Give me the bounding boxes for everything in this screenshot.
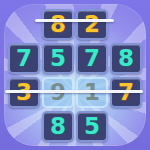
empty-cell-r0c0	[8, 9, 40, 40]
app-icon: 827578391785	[0, 0, 150, 150]
tile-number: 8	[118, 47, 134, 70]
tile-number: 8	[50, 115, 66, 138]
tile-7-r1c2[interactable]: 7	[76, 43, 108, 74]
tile-5-r1c1[interactable]: 5	[42, 43, 74, 74]
tile-number: 7	[16, 47, 32, 70]
empty-cell-r0c3	[110, 9, 142, 40]
tile-2-r0c2: 2	[76, 9, 108, 40]
tile-8-r0c1: 8	[42, 9, 74, 40]
empty-cell-r3c3	[110, 111, 142, 142]
tile-number: 2	[84, 13, 100, 36]
strike-line-row1	[35, 19, 114, 22]
tile-8-r1c3[interactable]: 8	[110, 43, 142, 74]
empty-cell-r3c0	[8, 111, 40, 142]
strike-line-row3	[5, 90, 143, 93]
tile-number: 7	[84, 47, 100, 70]
tile-number: 8	[50, 13, 66, 36]
tile-5-r3c2[interactable]: 5	[76, 111, 108, 142]
board: 827578391785	[8, 9, 142, 142]
tile-8-r3c1[interactable]: 8	[42, 111, 74, 142]
tile-7-r1c0[interactable]: 7	[8, 43, 40, 74]
tile-number: 5	[84, 115, 100, 138]
tile-number: 5	[50, 47, 66, 70]
